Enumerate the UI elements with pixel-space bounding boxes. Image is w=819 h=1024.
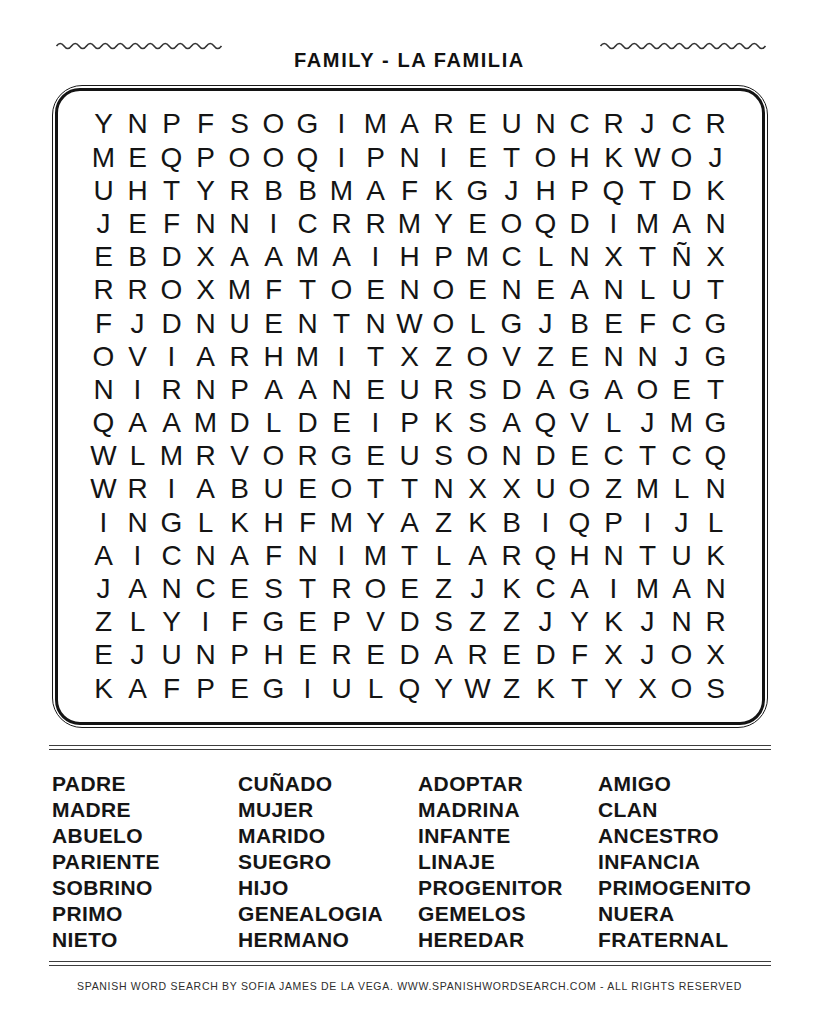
grid-cell: G bbox=[257, 672, 291, 705]
board-inner-border: YNPFSOGIMAREUNCRJCRMEQPOOQIPNIETOHKWOJUH… bbox=[55, 88, 765, 725]
grid-cell: A bbox=[223, 539, 257, 572]
grid-cell: A bbox=[189, 340, 223, 373]
grid-cell: I bbox=[529, 506, 563, 539]
grid-cell: C bbox=[563, 108, 597, 141]
grid-cell: S bbox=[257, 572, 291, 605]
grid-cell: B bbox=[223, 473, 257, 506]
grid-cell: O bbox=[495, 207, 529, 240]
grid-cell: M bbox=[189, 407, 223, 440]
grid-cell: A bbox=[563, 572, 597, 605]
grid-cell: W bbox=[393, 307, 427, 340]
grid-cell: Q bbox=[393, 672, 427, 705]
grid-cell: F bbox=[189, 108, 223, 141]
grid-cell: H bbox=[121, 174, 155, 207]
grid-cell: G bbox=[699, 307, 733, 340]
grid-cell: A bbox=[393, 506, 427, 539]
grid-cell: F bbox=[631, 307, 665, 340]
grid-cell: I bbox=[87, 506, 121, 539]
grid-cell: F bbox=[257, 539, 291, 572]
grid-cell: T bbox=[631, 241, 665, 274]
grid-cell: X bbox=[631, 672, 665, 705]
grid-cell: J bbox=[699, 141, 733, 174]
grid-cell: L bbox=[597, 407, 631, 440]
grid-cell: T bbox=[359, 340, 393, 373]
grid-cell: X bbox=[597, 241, 631, 274]
grid-cell: K bbox=[699, 174, 733, 207]
grid-cell: E bbox=[291, 639, 325, 672]
word-item: NUERA bbox=[598, 901, 819, 927]
grid-cell: R bbox=[325, 207, 359, 240]
grid-cell: N bbox=[699, 473, 733, 506]
grid-cell: I bbox=[325, 108, 359, 141]
grid-cell: N bbox=[121, 506, 155, 539]
grid-cell: R bbox=[359, 207, 393, 240]
grid-cell: N bbox=[393, 141, 427, 174]
grid-cell: S bbox=[699, 672, 733, 705]
grid-cell: I bbox=[597, 207, 631, 240]
grid-cell: A bbox=[257, 373, 291, 406]
grid-cell: R bbox=[121, 473, 155, 506]
grid-cell: E bbox=[461, 108, 495, 141]
grid-cell: N bbox=[189, 639, 223, 672]
grid-cell: M bbox=[359, 539, 393, 572]
grid-cell: F bbox=[155, 672, 189, 705]
grid-cell: P bbox=[325, 606, 359, 639]
grid-cell: E bbox=[291, 606, 325, 639]
grid-cell: E bbox=[223, 672, 257, 705]
grid-cell: W bbox=[631, 141, 665, 174]
grid-cell: A bbox=[427, 639, 461, 672]
grid-cell: J bbox=[121, 639, 155, 672]
grid-cell: D bbox=[495, 373, 529, 406]
grid-cell: L bbox=[427, 539, 461, 572]
grid-cell: C bbox=[597, 440, 631, 473]
grid-cell: U bbox=[665, 539, 699, 572]
grid-cell: L bbox=[461, 307, 495, 340]
grid-cell: G bbox=[155, 506, 189, 539]
grid-cell: R bbox=[189, 440, 223, 473]
grid-cell: X bbox=[189, 274, 223, 307]
grid-cell: U bbox=[393, 440, 427, 473]
grid-cell: Q bbox=[87, 407, 121, 440]
grid-cell: Q bbox=[699, 440, 733, 473]
grid-cell: C bbox=[665, 108, 699, 141]
grid-cell: T bbox=[699, 274, 733, 307]
word-item: CUÑADO bbox=[238, 771, 418, 797]
grid-cell: E bbox=[461, 141, 495, 174]
page-header: FAMILY - LA FAMILIA bbox=[0, 0, 819, 85]
grid-cell: N bbox=[291, 307, 325, 340]
grid-cell: M bbox=[461, 241, 495, 274]
grid-cell: W bbox=[87, 440, 121, 473]
puzzle-page: { "game": "word-search", "title": "FAMIL… bbox=[0, 0, 819, 1024]
grid-cell: E bbox=[563, 440, 597, 473]
grid-cell: T bbox=[325, 307, 359, 340]
grid-cell: X bbox=[461, 473, 495, 506]
grid-cell: L bbox=[359, 672, 393, 705]
grid-cell: S bbox=[461, 407, 495, 440]
grid-cell: I bbox=[155, 340, 189, 373]
grid-cell: A bbox=[121, 672, 155, 705]
word-item: GEMELOS bbox=[418, 901, 598, 927]
grid-cell: I bbox=[155, 473, 189, 506]
grid-cell: P bbox=[189, 672, 223, 705]
grid-cell: F bbox=[257, 274, 291, 307]
grid-cell: Ñ bbox=[665, 241, 699, 274]
grid-cell: T bbox=[631, 174, 665, 207]
grid-cell: P bbox=[597, 506, 631, 539]
grid-cell: A bbox=[597, 373, 631, 406]
grid-cell: Z bbox=[495, 672, 529, 705]
grid-cell: G bbox=[461, 174, 495, 207]
grid-cell: J bbox=[631, 606, 665, 639]
grid-cell: N bbox=[495, 274, 529, 307]
grid-cell: C bbox=[665, 307, 699, 340]
grid-cell: H bbox=[257, 639, 291, 672]
grid-cell: N bbox=[495, 440, 529, 473]
grid-cell: J bbox=[665, 340, 699, 373]
grid-cell: B bbox=[291, 174, 325, 207]
footer-text: SPANISH WORD SEARCH BY SOFIA JAMES DE LA… bbox=[77, 980, 742, 992]
grid-cell: J bbox=[121, 307, 155, 340]
grid-cell: J bbox=[495, 174, 529, 207]
grid-cell: E bbox=[461, 207, 495, 240]
grid-cell: M bbox=[155, 440, 189, 473]
word-search-board: YNPFSOGIMAREUNCRJCRMEQPOOQIPNIETOHKWOJUH… bbox=[52, 85, 768, 728]
grid-cell: H bbox=[257, 340, 291, 373]
grid-cell: R bbox=[155, 373, 189, 406]
grid-cell: T bbox=[155, 174, 189, 207]
grid-cell: V bbox=[563, 407, 597, 440]
grid-cell: Q bbox=[291, 141, 325, 174]
grid-cell: S bbox=[427, 606, 461, 639]
grid-cell: O bbox=[257, 141, 291, 174]
grid-cell: E bbox=[495, 639, 529, 672]
word-item: AMIGO bbox=[598, 771, 819, 797]
grid-cell: J bbox=[631, 639, 665, 672]
grid-cell: C bbox=[189, 572, 223, 605]
word-item: MADRINA bbox=[418, 797, 598, 823]
grid-cell: N bbox=[325, 373, 359, 406]
grid-cell: G bbox=[699, 340, 733, 373]
grid-cell: A bbox=[495, 407, 529, 440]
grid-cell: T bbox=[393, 539, 427, 572]
grid-cell: K bbox=[529, 672, 563, 705]
grid-cell: J bbox=[529, 307, 563, 340]
grid-cell: E bbox=[529, 274, 563, 307]
grid-cell: D bbox=[155, 241, 189, 274]
grid-cell: L bbox=[257, 407, 291, 440]
grid-cell: V bbox=[359, 606, 393, 639]
grid-cell: I bbox=[325, 539, 359, 572]
word-item: LINAJE bbox=[418, 849, 598, 875]
grid-cell: P bbox=[393, 407, 427, 440]
grid-cell: U bbox=[529, 473, 563, 506]
grid-cell: J bbox=[665, 506, 699, 539]
grid-cell: A bbox=[563, 274, 597, 307]
grid-cell: M bbox=[87, 141, 121, 174]
grid-cell: O bbox=[427, 274, 461, 307]
grid-cell: O bbox=[87, 340, 121, 373]
grid-cell: I bbox=[597, 572, 631, 605]
grid-cell: E bbox=[665, 373, 699, 406]
grid-cell: N bbox=[189, 207, 223, 240]
grid-cell: O bbox=[529, 141, 563, 174]
grid-cell: I bbox=[257, 207, 291, 240]
grid-cell: D bbox=[529, 639, 563, 672]
grid-cell: N bbox=[665, 606, 699, 639]
grid-cell: A bbox=[325, 241, 359, 274]
grid-cell: A bbox=[189, 473, 223, 506]
grid-cell: L bbox=[189, 506, 223, 539]
puzzle-body: YNPFSOGIMAREUNCRJCRMEQPOOQIPNIETOHKWOJUH… bbox=[0, 85, 819, 992]
grid-cell: D bbox=[291, 407, 325, 440]
grid-cell: X bbox=[393, 340, 427, 373]
word-column-3: ADOPTARMADRINAINFANTELINAJEPROGENITORGEM… bbox=[418, 771, 598, 953]
grid-cell: R bbox=[121, 274, 155, 307]
grid-cell: O bbox=[427, 307, 461, 340]
grid-cell: N bbox=[393, 274, 427, 307]
grid-cell: O bbox=[325, 274, 359, 307]
grid-cell: M bbox=[325, 506, 359, 539]
grid-cell: Z bbox=[427, 572, 461, 605]
grid-cell: O bbox=[155, 274, 189, 307]
word-item: MADRE bbox=[52, 797, 238, 823]
grid-cell: Q bbox=[155, 141, 189, 174]
word-item: INFANCIA bbox=[598, 849, 819, 875]
word-item: FRATERNAL bbox=[598, 927, 819, 953]
grid-cell: N bbox=[597, 274, 631, 307]
word-item: HEREDAR bbox=[418, 927, 598, 953]
grid-cell: I bbox=[427, 141, 461, 174]
grid-cell: V bbox=[495, 340, 529, 373]
grid-cell: D bbox=[529, 440, 563, 473]
grid-cell: P bbox=[189, 141, 223, 174]
grid-cell: U bbox=[393, 373, 427, 406]
grid-cell: O bbox=[257, 108, 291, 141]
word-item: PRIMO bbox=[52, 901, 238, 927]
grid-cell: Z bbox=[427, 340, 461, 373]
grid-cell: R bbox=[87, 274, 121, 307]
grid-cell: P bbox=[223, 639, 257, 672]
grid-cell: A bbox=[87, 539, 121, 572]
separator-top bbox=[49, 745, 771, 750]
grid-cell: C bbox=[529, 572, 563, 605]
page-title: FAMILY - LA FAMILIA bbox=[0, 49, 819, 72]
grid-cell: G bbox=[291, 108, 325, 141]
grid-cell: F bbox=[155, 207, 189, 240]
word-item: PARIENTE bbox=[52, 849, 238, 875]
grid-cell: T bbox=[631, 539, 665, 572]
word-item: MUJER bbox=[238, 797, 418, 823]
grid-cell: M bbox=[631, 473, 665, 506]
grid-cell: B bbox=[563, 307, 597, 340]
grid-cell: K bbox=[427, 174, 461, 207]
grid-cell: L bbox=[665, 473, 699, 506]
grid-cell: Z bbox=[529, 340, 563, 373]
grid-cell: Z bbox=[427, 506, 461, 539]
word-item: INFANTE bbox=[418, 823, 598, 849]
grid-cell: D bbox=[665, 174, 699, 207]
grid-cell: R bbox=[325, 639, 359, 672]
grid-cell: U bbox=[257, 473, 291, 506]
grid-cell: S bbox=[461, 373, 495, 406]
word-item: GENEALOGIA bbox=[238, 901, 418, 927]
grid-cell: H bbox=[257, 506, 291, 539]
word-item: CLAN bbox=[598, 797, 819, 823]
grid-cell: N bbox=[189, 539, 223, 572]
grid-cell: A bbox=[359, 174, 393, 207]
grid-cell: Y bbox=[359, 506, 393, 539]
grid-cell: R bbox=[291, 440, 325, 473]
grid-cell: P bbox=[155, 108, 189, 141]
grid-cell: I bbox=[359, 407, 393, 440]
grid-cell: W bbox=[87, 473, 121, 506]
grid-cell: A bbox=[257, 241, 291, 274]
grid-cell: L bbox=[121, 440, 155, 473]
word-item: SUEGRO bbox=[238, 849, 418, 875]
grid-cell: A bbox=[291, 373, 325, 406]
grid-cell: N bbox=[699, 207, 733, 240]
grid-cell: E bbox=[257, 307, 291, 340]
grid-cell: W bbox=[461, 672, 495, 705]
grid-cell: N bbox=[291, 539, 325, 572]
grid-cell: T bbox=[291, 572, 325, 605]
grid-cell: N bbox=[223, 207, 257, 240]
grid-cell: N bbox=[597, 539, 631, 572]
grid-cell: E bbox=[291, 473, 325, 506]
grid-cell: B bbox=[257, 174, 291, 207]
grid-cell: H bbox=[529, 174, 563, 207]
grid-cell: F bbox=[87, 307, 121, 340]
grid-cell: H bbox=[563, 539, 597, 572]
grid-cell: N bbox=[87, 373, 121, 406]
grid-cell: J bbox=[87, 572, 121, 605]
word-column-4: AMIGOCLANANCESTROINFANCIAPRIMOGENITONUER… bbox=[598, 771, 819, 953]
grid-cell: L bbox=[631, 274, 665, 307]
grid-cell: Y bbox=[597, 672, 631, 705]
grid-cell: Q bbox=[597, 174, 631, 207]
grid-cell: B bbox=[495, 506, 529, 539]
word-item: ANCESTRO bbox=[598, 823, 819, 849]
grid-cell: Q bbox=[529, 407, 563, 440]
grid-cell: J bbox=[529, 606, 563, 639]
grid-cell: M bbox=[325, 174, 359, 207]
grid-cell: I bbox=[325, 141, 359, 174]
grid-cell: F bbox=[393, 174, 427, 207]
grid-cell: P bbox=[223, 373, 257, 406]
grid-cell: O bbox=[223, 141, 257, 174]
grid-cell: C bbox=[665, 440, 699, 473]
grid-cell: X bbox=[597, 639, 631, 672]
grid-cell: T bbox=[359, 473, 393, 506]
grid-cell: I bbox=[121, 373, 155, 406]
grid-cell: L bbox=[529, 241, 563, 274]
grid-cell: M bbox=[631, 572, 665, 605]
grid-cell: K bbox=[597, 141, 631, 174]
grid-cell: O bbox=[325, 473, 359, 506]
grid-cell: E bbox=[359, 274, 393, 307]
grid-cell: O bbox=[665, 672, 699, 705]
grid-cell: E bbox=[461, 274, 495, 307]
grid-cell: N bbox=[121, 108, 155, 141]
grid-cell: Z bbox=[87, 606, 121, 639]
grid-cell: E bbox=[359, 639, 393, 672]
grid-cell: X bbox=[495, 473, 529, 506]
grid-cell: G bbox=[563, 373, 597, 406]
grid-cell: J bbox=[631, 108, 665, 141]
grid-cell: M bbox=[291, 340, 325, 373]
grid-cell: R bbox=[495, 539, 529, 572]
grid-cell: B bbox=[121, 241, 155, 274]
grid-cell: N bbox=[699, 572, 733, 605]
grid-cell: F bbox=[291, 506, 325, 539]
grid-cell: D bbox=[223, 407, 257, 440]
grid-cell: K bbox=[427, 407, 461, 440]
grid-cell: R bbox=[699, 108, 733, 141]
grid-cell: A bbox=[665, 207, 699, 240]
grid-cell: A bbox=[461, 539, 495, 572]
grid-cell: N bbox=[189, 307, 223, 340]
word-column-1: PADREMADREABUELOPARIENTESOBRINOPRIMONIET… bbox=[52, 771, 238, 953]
grid-cell: R bbox=[427, 373, 461, 406]
grid-cell: N bbox=[189, 373, 223, 406]
grid-cell: A bbox=[665, 572, 699, 605]
grid-cell: N bbox=[155, 572, 189, 605]
grid-cell: O bbox=[665, 141, 699, 174]
grid-cell: X bbox=[189, 241, 223, 274]
grid-cell: A bbox=[393, 108, 427, 141]
grid-cell: K bbox=[223, 506, 257, 539]
grid-cell: K bbox=[699, 539, 733, 572]
grid-cell: E bbox=[325, 407, 359, 440]
grid-cell: V bbox=[121, 340, 155, 373]
grid-cell: E bbox=[563, 340, 597, 373]
grid-cell: Q bbox=[529, 207, 563, 240]
word-item: HERMANO bbox=[238, 927, 418, 953]
grid-cell: L bbox=[699, 506, 733, 539]
grid-cell: N bbox=[529, 108, 563, 141]
grid-cell: I bbox=[291, 672, 325, 705]
grid-cell: Q bbox=[529, 539, 563, 572]
grid-cell: I bbox=[631, 506, 665, 539]
grid-cell: K bbox=[495, 572, 529, 605]
grid-cell: T bbox=[631, 440, 665, 473]
grid-cell: T bbox=[699, 373, 733, 406]
grid-cell: R bbox=[325, 572, 359, 605]
grid-cell: R bbox=[699, 606, 733, 639]
grid-cell: A bbox=[121, 407, 155, 440]
grid-cell: T bbox=[393, 473, 427, 506]
grid-cell: D bbox=[393, 606, 427, 639]
grid-cell: P bbox=[563, 174, 597, 207]
grid-cell: O bbox=[631, 373, 665, 406]
grid-cell: L bbox=[121, 606, 155, 639]
word-list: PADREMADREABUELOPARIENTESOBRINOPRIMONIET… bbox=[52, 771, 819, 953]
grid-cell: K bbox=[87, 672, 121, 705]
grid-cell: R bbox=[223, 340, 257, 373]
grid-cell: Y bbox=[427, 207, 461, 240]
grid-cell: O bbox=[461, 340, 495, 373]
grid-cell: G bbox=[495, 307, 529, 340]
grid-cell: T bbox=[291, 274, 325, 307]
word-column-2: CUÑADOMUJERMARIDOSUEGROHIJOGENEALOGIAHER… bbox=[238, 771, 418, 953]
grid-cell: O bbox=[563, 473, 597, 506]
grid-cell: T bbox=[563, 672, 597, 705]
grid-cell: X bbox=[699, 241, 733, 274]
grid-cell: G bbox=[257, 606, 291, 639]
grid-cell: C bbox=[495, 241, 529, 274]
